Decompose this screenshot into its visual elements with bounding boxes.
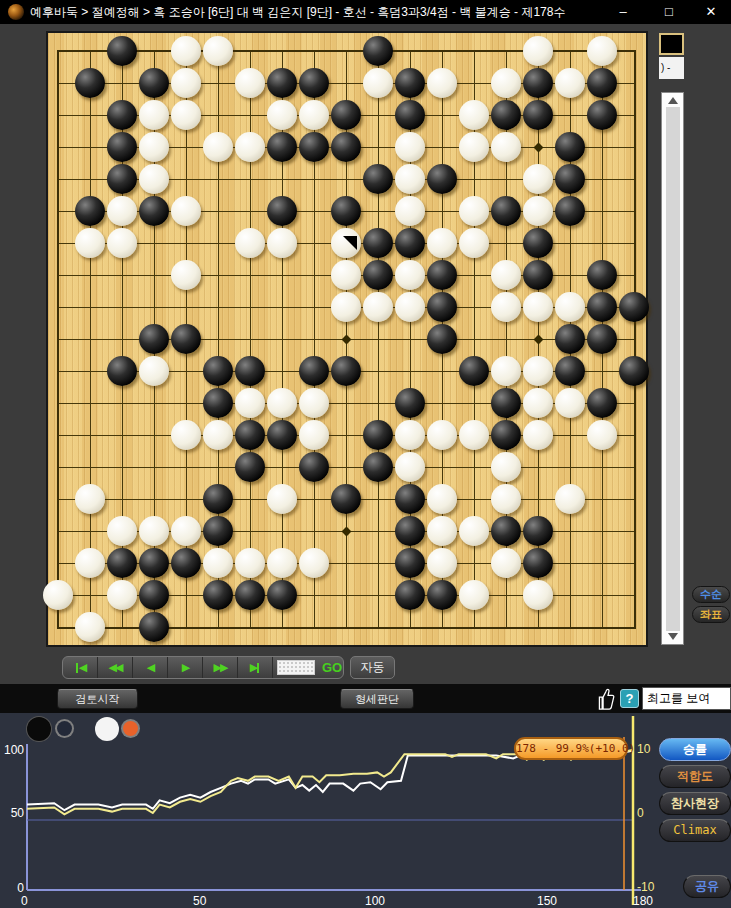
white-stone [491,548,521,578]
white-stone [395,292,425,322]
white-stone [459,228,489,258]
black-stone [427,324,457,354]
white-stone [139,356,169,386]
black-stone [587,68,617,98]
white-stone [331,260,361,290]
black-stone [555,196,585,226]
black-stone [203,484,233,514]
y-right-tick-label: 0 [637,806,644,820]
white-stone [299,388,329,418]
minimize-button[interactable]: – [610,2,636,22]
white-stone [171,516,201,546]
white-stone [139,516,169,546]
black-stone [139,68,169,98]
black-stone [395,100,425,130]
x-tick-label: 150 [537,894,557,908]
y-left-tick-label: 0 [3,881,24,895]
winrate-tab-button[interactable]: 승률 [659,738,731,761]
x-tick-label: 180 [633,894,653,908]
black-stone [235,452,265,482]
go-button[interactable]: GO [322,660,342,675]
black-stone [107,164,137,194]
black-stone [523,548,553,578]
white-stone [363,68,393,98]
title-bar: 예후바둑 > 절예정해 > 흑 조승아 [6단] 대 백 김은지 [9단] - … [0,0,731,24]
black-stone [491,196,521,226]
white-stone [427,68,457,98]
white-stone [395,164,425,194]
fitness-tab-button[interactable]: 적합도 [659,765,731,788]
black-stone [587,292,617,322]
y-left-tick-label: 50 [3,806,24,820]
white-stone [139,100,169,130]
white-stone [427,228,457,258]
climax-tab-button[interactable]: Climax [659,819,731,842]
white-stone [107,580,137,610]
winrate-chart: 178 - 99.9%(+10.0) 승률 적합도 참사현장 Climax 공유… [0,713,731,908]
white-stone [107,228,137,258]
black-stone [139,548,169,578]
black-stone [587,100,617,130]
black-stone [555,356,585,386]
black-stone [139,580,169,610]
coordinates-button[interactable]: 좌표 [692,606,730,623]
white-stone [267,484,297,514]
white-stone [107,196,137,226]
black-stone [587,260,617,290]
app-window: 예후바둑 > 절예정해 > 흑 조승아 [6단] 대 백 김은지 [9단] - … [0,0,731,908]
white-stone [299,548,329,578]
white-stone [395,420,425,450]
white-stone [235,548,265,578]
white-stone [363,292,393,322]
app-logo-icon [8,4,24,20]
black-stone [235,420,265,450]
black-stone [107,132,137,162]
white-stone [267,100,297,130]
black-stone [171,548,201,578]
black-stone [203,388,233,418]
white-stone [395,260,425,290]
black-stone [395,580,425,610]
black-stone [331,132,361,162]
black-stone [139,196,169,226]
black-stone [267,196,297,226]
white-stone [491,132,521,162]
turn-indicator-black [659,33,684,55]
black-stone [395,68,425,98]
black-stone [363,452,393,482]
white-stone [555,292,585,322]
black-stone [587,324,617,354]
close-button[interactable]: ✕ [698,2,724,22]
white-stone [587,36,617,66]
black-stone [299,132,329,162]
scroll-down-icon[interactable] [668,633,678,640]
white-stone [267,548,297,578]
white-stone [75,548,105,578]
black-stone [459,356,489,386]
black-stone [107,36,137,66]
white-stone [395,132,425,162]
black-stone [75,68,105,98]
black-stone [331,484,361,514]
white-stone [459,196,489,226]
black-stone [427,260,457,290]
black-stone [491,420,521,450]
white-stone [203,420,233,450]
black-stone [427,164,457,194]
move-numbers-button[interactable]: 수순 [692,586,730,603]
white-stone [555,484,585,514]
white-stone [555,388,585,418]
white-stone [171,420,201,450]
y-right-tick-label: -10 [637,880,654,894]
white-stone [523,292,553,322]
black-stone [491,100,521,130]
black-stone [139,324,169,354]
first-button[interactable]: ◀ [63,657,98,678]
window-title: 예후바둑 > 절예정해 > 흑 조승아 [6단] 대 백 김은지 [9단] - … [30,4,565,21]
black-stone [299,356,329,386]
white-stone [203,36,233,66]
winrate-tooltip: 178 - 99.9%(+10.0) [514,737,628,760]
black-stone [107,356,137,386]
black-stone [491,516,521,546]
x-tick-label: 0 [21,894,28,908]
start-review-button[interactable]: 검토시작 [57,689,138,709]
black-stone [523,68,553,98]
white-stone [75,612,105,642]
white-stone [75,484,105,514]
y-right-tick-label: 10 [637,742,650,756]
white-stone [299,100,329,130]
black-stone [555,132,585,162]
white-stone [491,260,521,290]
white-stone [555,68,585,98]
black-stone [107,100,137,130]
black-stone [203,356,233,386]
black-stone [523,100,553,130]
white-stone [459,100,489,130]
black-stone [171,324,201,354]
step-forward-button[interactable]: ▶ [168,657,203,678]
black-stone [299,452,329,482]
white-stone [491,356,521,386]
white-stone [427,548,457,578]
fast-rewind-button[interactable]: ◀◀ [98,657,133,678]
black-stone [395,228,425,258]
x-tick-label: 100 [365,894,385,908]
black-stone [235,580,265,610]
nav-toolbar: ◀◀◀◀▶▶▶▶ GO [62,656,344,679]
white-stone [395,196,425,226]
white-stone [459,420,489,450]
step-back-button[interactable]: ◀ [133,657,168,678]
black-stone [331,100,361,130]
black-stone [427,580,457,610]
white-stone [171,68,201,98]
black-stone [75,196,105,226]
black-stone [395,516,425,546]
black-stone [555,164,585,194]
black-stone [267,132,297,162]
white-stone [523,36,553,66]
white-stone [299,420,329,450]
white-stone [523,164,553,194]
disaster-tab-button[interactable]: 참사현장 [659,792,731,815]
maximize-button[interactable]: □ [656,2,682,22]
action-bar: 검토시작 형세판단 ? [0,684,731,713]
black-stone [619,292,649,322]
black-stone [427,292,457,322]
white-stone [171,196,201,226]
last-move-triangle-marker [343,236,357,250]
scroll-up-icon[interactable] [668,97,678,104]
white-stone [491,484,521,514]
black-stone [267,420,297,450]
white-stone [203,132,233,162]
black-stone [587,388,617,418]
y-left-tick-label: 100 [3,743,24,757]
white-stone [427,484,457,514]
black-stone [203,516,233,546]
white-stone [459,132,489,162]
black-stone [619,356,649,386]
help-button[interactable]: ? [620,689,639,708]
black-stone [363,420,393,450]
black-stone [139,612,169,642]
black-stone [523,516,553,546]
white-stone [395,452,425,482]
white-stone [171,260,201,290]
white-stone [427,420,457,450]
move-number-input[interactable] [277,660,315,675]
black-stone [395,484,425,514]
black-stone [395,548,425,578]
white-stone [267,388,297,418]
white-stone [139,164,169,194]
last-button[interactable]: ▶ [238,657,273,678]
black-stone [555,324,585,354]
board-scrollbar[interactable] [661,92,684,645]
black-stone [491,388,521,418]
white-stone [523,420,553,450]
white-stone [235,388,265,418]
white-stone [491,68,521,98]
white-stone [235,228,265,258]
black-stone [523,260,553,290]
white-stone [491,292,521,322]
position-judge-button[interactable]: 형세판단 [340,689,414,709]
white-stone [43,580,73,610]
black-stone [299,68,329,98]
black-stone [267,580,297,610]
white-stone [587,420,617,450]
white-stone [459,516,489,546]
go-board[interactable] [48,33,646,645]
white-stone [107,516,137,546]
black-stone [331,196,361,226]
black-stone [363,228,393,258]
show-best-input[interactable] [642,687,731,710]
black-stone [363,36,393,66]
scrollbar-thumb[interactable] [666,107,680,631]
white-stone [331,292,361,322]
white-stone [331,228,361,258]
white-stone [203,548,233,578]
white-stone [427,516,457,546]
white-stone [75,228,105,258]
white-stone [459,580,489,610]
white-stone [523,580,553,610]
white-stone [523,356,553,386]
white-stone [171,36,201,66]
black-stone [331,356,361,386]
fast-forward-button[interactable]: ▶▶ [203,657,238,678]
black-stone [107,548,137,578]
white-stone [171,100,201,130]
x-tick-label: 50 [193,894,206,908]
white-stone [491,452,521,482]
white-stone [235,68,265,98]
share-button[interactable]: 공유 [683,875,731,898]
white-stone [523,196,553,226]
white-stone [267,228,297,258]
white-stone [139,132,169,162]
auto-play-button[interactable]: 자동 [350,656,395,679]
black-stone [235,356,265,386]
info-box: ) - [659,57,684,79]
black-stone [363,164,393,194]
black-stone [203,580,233,610]
black-stone [523,228,553,258]
thumbs-up-icon[interactable] [593,687,615,711]
black-stone [363,260,393,290]
white-stone [235,132,265,162]
black-stone [395,388,425,418]
black-stone [267,68,297,98]
white-stone [523,388,553,418]
